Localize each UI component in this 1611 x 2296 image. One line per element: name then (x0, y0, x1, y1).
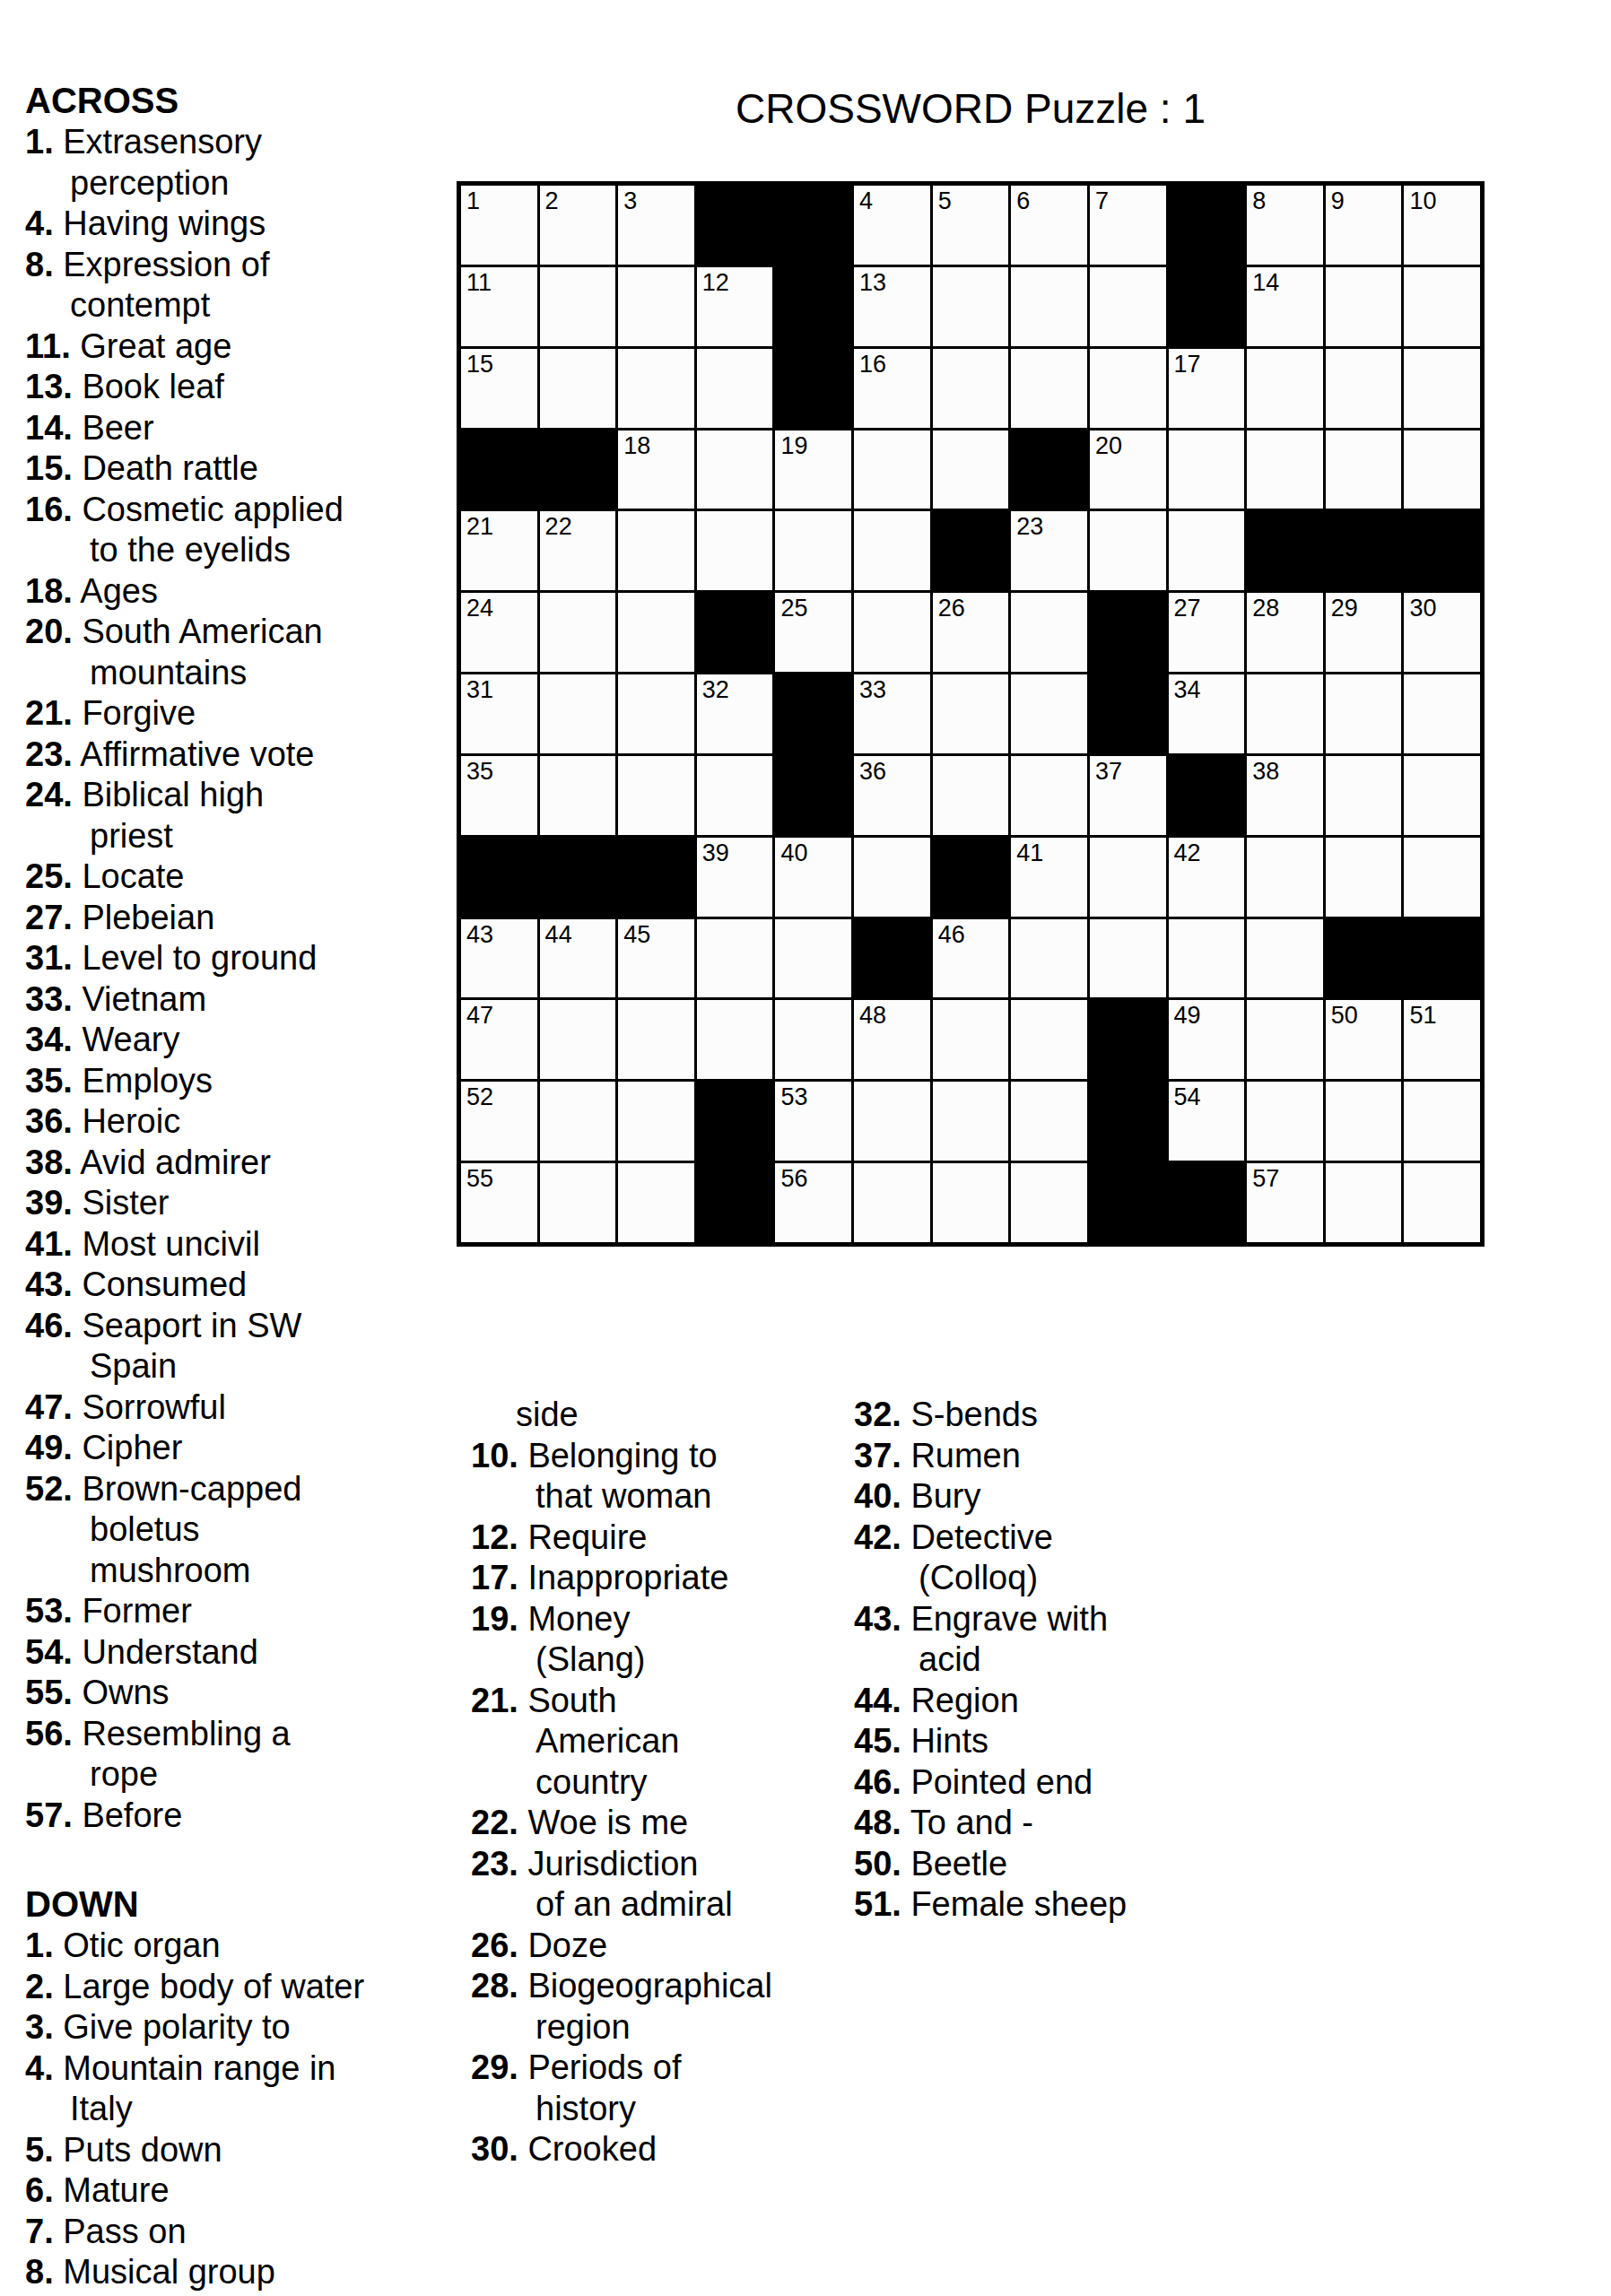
cell-r4c13[interactable] (1404, 430, 1480, 509)
clue-number: 44. (854, 1682, 901, 1719)
cell-number-50: 50 (1331, 1001, 1358, 1030)
cell-number-48: 48 (859, 1001, 886, 1030)
clue-text: To and - (901, 1804, 1033, 1841)
clue-across-14: 14. Beer (25, 408, 440, 449)
clue-down-50: 50. Beetle (854, 1844, 1258, 1885)
cell-r6c3[interactable] (618, 593, 694, 672)
cell-r12c13[interactable] (1404, 1082, 1480, 1161)
clue-text: Region (901, 1682, 1019, 1719)
cell-r13c2[interactable] (540, 1163, 616, 1242)
clue-across-4: 4. Having wings (25, 204, 440, 245)
cell-r4c7[interactable] (933, 430, 1009, 509)
clue-number: 54. (25, 1633, 73, 1671)
clue-text: Ages (73, 572, 158, 610)
cell-r5c8[interactable]: 23 (1011, 511, 1087, 590)
cell-r8c13[interactable] (1404, 756, 1480, 835)
clue-text: Money (Slang) (518, 1600, 646, 1679)
cell-r6c10[interactable]: 27 (1169, 593, 1245, 672)
clue-text: Biogeographical region (518, 1967, 772, 2046)
cell-r2c7[interactable] (933, 267, 1009, 346)
clue-down-9: 9. To the sheltered (25, 2293, 440, 2296)
clue-across-20: 20. South American mountains (25, 612, 440, 693)
clues-column-middle: side10. Belonging to that woman12. Requi… (471, 1395, 851, 2170)
cell-r6c7[interactable]: 26 (933, 593, 1009, 672)
cell-number-22: 22 (545, 512, 572, 541)
clue-down-23: 23. Jurisdiction of an admiral (471, 1844, 851, 1926)
cell-number-49: 49 (1174, 1001, 1201, 1030)
clue-text: Understand (73, 1633, 258, 1671)
clue-number: 23. (25, 735, 73, 773)
clue-down-28: 28. Biogeographical region (471, 1966, 851, 2048)
cell-r12c7[interactable] (933, 1082, 1009, 1161)
black-cell-r7c5 (775, 674, 851, 753)
clue-text: Musical group (54, 2253, 275, 2291)
cell-number-2: 2 (545, 187, 559, 215)
clue-text: Death rattle (73, 449, 258, 487)
clue-text: Former (73, 1592, 192, 1630)
cell-number-12: 12 (702, 268, 729, 297)
cell-r3c7[interactable] (933, 349, 1009, 428)
clue-text: Before (73, 1796, 183, 1834)
clue-text: Sister (73, 1184, 170, 1222)
cell-r12c6[interactable] (854, 1082, 930, 1161)
cell-r3c11[interactable] (1247, 349, 1323, 428)
cell-r10c7[interactable]: 46 (933, 919, 1009, 998)
clue-text: Great age (71, 327, 232, 365)
cell-r10c3[interactable]: 45 (618, 919, 694, 998)
clue-across-38: 38. Avid admirer (25, 1143, 440, 1184)
cell-r10c1[interactable]: 43 (461, 919, 537, 998)
clue-number: 8. (25, 246, 54, 283)
cell-r2c9[interactable] (1090, 267, 1166, 346)
cell-number-37: 37 (1095, 757, 1122, 786)
cell-r8c9[interactable]: 37 (1090, 756, 1166, 835)
cell-r6c5[interactable]: 25 (775, 593, 851, 672)
clues-column-left: ACROSS 1. Extrasensory perception4. Havi… (25, 79, 440, 2296)
cell-r13c13[interactable] (1404, 1163, 1480, 1242)
clue-number: 57. (25, 1796, 73, 1834)
cell-r10c11[interactable] (1247, 919, 1323, 998)
cell-r7c10[interactable]: 34 (1169, 674, 1245, 753)
cell-number-29: 29 (1331, 594, 1358, 622)
clue-across-18: 18. Ages (25, 571, 440, 613)
cell-r12c12[interactable] (1326, 1082, 1402, 1161)
clue-down-29: 29. Periods of history (471, 2048, 851, 2129)
clue-number: 25. (25, 857, 73, 895)
cell-r5c9[interactable] (1090, 511, 1166, 590)
cell-r6c6[interactable] (854, 593, 930, 672)
cell-r4c5[interactable]: 19 (775, 430, 851, 509)
cell-r4c11[interactable] (1247, 430, 1323, 509)
cell-number-15: 15 (466, 350, 493, 378)
cell-r6c11[interactable]: 28 (1247, 593, 1323, 672)
cell-r12c3[interactable] (618, 1082, 694, 1161)
clue-text: Pointed end (901, 1763, 1093, 1801)
cell-r4c4[interactable] (697, 430, 773, 509)
cell-r13c6[interactable] (854, 1163, 930, 1242)
cell-number-18: 18 (623, 431, 650, 460)
cell-r11c3[interactable] (618, 1000, 694, 1079)
cell-r4c6[interactable] (854, 430, 930, 509)
cell-r11c8[interactable] (1011, 1000, 1087, 1079)
cell-r11c5[interactable] (775, 1000, 851, 1079)
clue-text: Inappropriate (518, 1559, 729, 1596)
cell-number-23: 23 (1016, 512, 1043, 541)
cell-r2c3[interactable] (618, 267, 694, 346)
cell-r9c11[interactable] (1247, 838, 1323, 917)
clue-across-25: 25. Locate (25, 857, 440, 898)
clue-text: Periods of history (518, 2048, 682, 2127)
cell-r7c13[interactable] (1404, 674, 1480, 753)
black-cell-r9c3 (618, 838, 694, 917)
clue-across-53: 53. Former (25, 1591, 440, 1632)
cell-r9c10[interactable]: 42 (1169, 838, 1245, 917)
clue-number: 47. (25, 1388, 73, 1426)
clue-number: 20. (25, 613, 73, 650)
cell-number-41: 41 (1016, 839, 1043, 867)
cell-r3c2[interactable] (540, 349, 616, 428)
clue-number: 11. (25, 327, 71, 365)
cell-r13c1[interactable]: 55 (461, 1163, 537, 1242)
cell-number-33: 33 (859, 675, 886, 704)
cell-r1c3[interactable]: 3 (618, 186, 694, 265)
cell-r7c1[interactable]: 31 (461, 674, 537, 753)
clue-text: Owns (73, 1674, 170, 1711)
black-cell-r13c4 (697, 1163, 773, 1242)
cell-r6c1[interactable]: 24 (461, 593, 537, 672)
black-cell-r13c10 (1169, 1163, 1245, 1242)
clue-text: Locate (73, 857, 185, 895)
cell-r7c11[interactable] (1247, 674, 1323, 753)
clue-across-8: 8. Expression of contempt (25, 245, 440, 326)
clue-down-45: 45. Hints (854, 1721, 1258, 1762)
clue-down-12: 12. Require (471, 1518, 851, 1559)
cell-r11c4[interactable] (697, 1000, 773, 1079)
clue-across-56: 56. Resembling a rope (25, 1714, 440, 1796)
cell-r1c7[interactable]: 5 (933, 186, 1009, 265)
cell-r5c1[interactable]: 21 (461, 511, 537, 590)
clue-text: S-bends (901, 1396, 1038, 1433)
cell-r3c1[interactable]: 15 (461, 349, 537, 428)
cell-r3c12[interactable] (1326, 349, 1402, 428)
cell-r9c12[interactable] (1326, 838, 1402, 917)
cell-r11c2[interactable] (540, 1000, 616, 1079)
cell-r4c12[interactable] (1326, 430, 1402, 509)
clue-text: Doze (518, 1926, 607, 1964)
clue-text: South American mountains (73, 613, 323, 691)
clue-text: Resembling a rope (73, 1715, 291, 1794)
clue-across-13: 13. Book leaf (25, 367, 440, 408)
cell-number-39: 39 (702, 839, 729, 867)
clue-across-35: 35. Employs (25, 1061, 440, 1102)
cell-r8c1[interactable]: 35 (461, 756, 537, 835)
clue-number: 45. (854, 1722, 901, 1760)
black-cell-r1c4 (697, 186, 773, 265)
page: { "game": "crossword", "position": "...#… (0, 0, 1611, 2296)
clue-text: South American country (518, 1682, 680, 1801)
cell-r1c8[interactable]: 6 (1011, 186, 1087, 265)
clue-number: 33. (25, 980, 73, 1018)
cell-r3c10[interactable]: 17 (1169, 349, 1245, 428)
black-cell-r10c13 (1404, 919, 1480, 998)
cell-r11c10[interactable]: 49 (1169, 1000, 1245, 1079)
clue-text: Mountain range in Italy (54, 2049, 336, 2128)
clue-text: Employs (73, 1062, 213, 1100)
clue-number: 38. (25, 1144, 73, 1181)
cell-r5c2[interactable]: 22 (540, 511, 616, 590)
cell-r6c2[interactable] (540, 593, 616, 672)
clue-number: 56. (25, 1715, 73, 1752)
clue-number: 40. (854, 1477, 901, 1515)
cell-number-53: 53 (780, 1083, 807, 1111)
cell-r3c6[interactable]: 16 (854, 349, 930, 428)
clue-down-5: 5. Puts down (25, 2130, 440, 2171)
cell-r11c6[interactable]: 48 (854, 1000, 930, 1079)
clue-across-1: 1. Extrasensory perception (25, 122, 440, 204)
clue-number: 7. (25, 2213, 54, 2250)
clue-down-17: 17. Inappropriate (471, 1558, 851, 1599)
clue-number: 6. (25, 2171, 54, 2209)
cell-r2c8[interactable] (1011, 267, 1087, 346)
clue-number: 35. (25, 1062, 73, 1100)
clue-text: Mature (54, 2171, 170, 2209)
cell-number-26: 26 (938, 594, 965, 622)
clue-down-46: 46. Pointed end (854, 1762, 1258, 1804)
cell-r8c12[interactable] (1326, 756, 1402, 835)
clue-number: 31. (25, 939, 73, 977)
cell-r1c11[interactable]: 8 (1247, 186, 1323, 265)
cell-r13c5[interactable]: 56 (775, 1163, 851, 1242)
cell-r4c3[interactable]: 18 (618, 430, 694, 509)
cell-r2c4[interactable]: 12 (697, 267, 773, 346)
clue-number: 36. (25, 1102, 73, 1140)
clue-number: 50. (854, 1845, 901, 1883)
cell-number-21: 21 (466, 512, 493, 541)
cell-r5c6[interactable] (854, 511, 930, 590)
cell-r10c10[interactable] (1169, 919, 1245, 998)
black-cell-r10c12 (1326, 919, 1402, 998)
cell-number-42: 42 (1174, 839, 1201, 867)
clue-across-57: 57. Before (25, 1796, 440, 1837)
clue-across-39: 39. Sister (25, 1183, 440, 1224)
cell-r2c1[interactable]: 11 (461, 267, 537, 346)
clue-text: Sorrowful (73, 1388, 226, 1426)
clue-text: side (516, 1396, 579, 1433)
clue-across-43: 43. Consumed (25, 1265, 440, 1306)
cell-r12c1[interactable]: 52 (461, 1082, 537, 1161)
cell-r12c2[interactable] (540, 1082, 616, 1161)
cell-r9c5[interactable]: 40 (775, 838, 851, 917)
cell-r11c7[interactable] (933, 1000, 1009, 1079)
cell-r2c2[interactable] (540, 267, 616, 346)
clue-text: Biblical high priest (73, 776, 264, 855)
clue-number: 2. (25, 1968, 54, 2005)
cell-r7c12[interactable] (1326, 674, 1402, 753)
clue-text: Detective (Colloq) (901, 1518, 1053, 1597)
cell-r11c13[interactable]: 51 (1404, 1000, 1480, 1079)
cell-r6c13[interactable]: 30 (1404, 593, 1480, 672)
cell-number-54: 54 (1174, 1083, 1201, 1111)
clue-number: 21. (25, 694, 73, 732)
cell-r9c13[interactable] (1404, 838, 1480, 917)
clue-text: Expression of contempt (54, 246, 270, 325)
cell-r10c8[interactable] (1011, 919, 1087, 998)
cell-number-8: 8 (1252, 187, 1266, 215)
cell-r2c6[interactable]: 13 (854, 267, 930, 346)
cell-r3c4[interactable] (697, 349, 773, 428)
cell-number-34: 34 (1174, 675, 1201, 704)
cell-r1c12[interactable]: 9 (1326, 186, 1402, 265)
clue-text: Female sheep (901, 1885, 1127, 1923)
black-cell-r9c2 (540, 838, 616, 917)
cell-r3c13[interactable] (1404, 349, 1480, 428)
cell-r4c10[interactable] (1169, 430, 1245, 509)
cell-r5c3[interactable] (618, 511, 694, 590)
clue-text: Forgive (73, 694, 196, 732)
cell-r12c10[interactable]: 54 (1169, 1082, 1245, 1161)
cell-r12c5[interactable]: 53 (775, 1082, 851, 1161)
cell-r7c7[interactable] (933, 674, 1009, 753)
cell-r13c12[interactable] (1326, 1163, 1402, 1242)
cell-r6c12[interactable]: 29 (1326, 593, 1402, 672)
cell-number-10: 10 (1409, 187, 1436, 215)
cell-r12c8[interactable] (1011, 1082, 1087, 1161)
clue-across-16: 16. Cosmetic applied to the eyelids (25, 490, 440, 571)
cell-r7c3[interactable] (618, 674, 694, 753)
cell-r8c4[interactable] (697, 756, 773, 835)
cell-r8c3[interactable] (618, 756, 694, 835)
black-cell-r7c9 (1090, 674, 1166, 753)
cell-number-43: 43 (466, 920, 493, 949)
cell-r7c4[interactable]: 32 (697, 674, 773, 753)
cell-r10c4[interactable] (697, 919, 773, 998)
cell-r8c2[interactable] (540, 756, 616, 835)
clue-number: 4. (25, 2049, 54, 2087)
clue-down-19: 19. Money (Slang) (471, 1599, 851, 1681)
black-cell-r4c2 (540, 430, 616, 509)
clue-down-26: 26. Doze (471, 1926, 851, 1967)
cell-r5c5[interactable] (775, 511, 851, 590)
cell-r2c12[interactable] (1326, 267, 1402, 346)
cell-r1c2[interactable]: 2 (540, 186, 616, 265)
cell-r13c11[interactable]: 57 (1247, 1163, 1323, 1242)
cell-r11c11[interactable] (1247, 1000, 1323, 1079)
cell-r11c1[interactable]: 47 (461, 1000, 537, 1079)
clue-across-55: 55. Owns (25, 1673, 440, 1714)
black-cell-r5c11 (1247, 511, 1323, 590)
clue-down-8: 8. Musical group (25, 2252, 440, 2293)
cell-r6c8[interactable] (1011, 593, 1087, 672)
clue-text: Jurisdiction of an admiral (518, 1845, 733, 1924)
clue-across-31: 31. Level to ground (25, 938, 440, 979)
cell-r1c6[interactable]: 4 (854, 186, 930, 265)
cell-r10c9[interactable] (1090, 919, 1166, 998)
clue-text: Pass on (54, 2213, 187, 2250)
cell-r1c9[interactable]: 7 (1090, 186, 1166, 265)
clue-down-1: 1. Otic organ (25, 1926, 440, 1967)
page-title: CROSSWORD Puzzle : 1 (457, 84, 1485, 133)
cell-r2c13[interactable] (1404, 267, 1480, 346)
clue-number: 1. (25, 1926, 54, 1964)
cell-r13c7[interactable] (933, 1163, 1009, 1242)
clue-down-44: 44. Region (854, 1681, 1258, 1722)
cell-r12c11[interactable] (1247, 1082, 1323, 1161)
cell-r7c6[interactable]: 33 (854, 674, 930, 753)
black-cell-r2c5 (775, 267, 851, 346)
cell-r13c8[interactable] (1011, 1163, 1087, 1242)
cell-r11c12[interactable]: 50 (1326, 1000, 1402, 1079)
clue-number: 43. (854, 1600, 901, 1638)
clue-text: Seaport in SW Spain (73, 1307, 302, 1386)
cell-r8c11[interactable]: 38 (1247, 756, 1323, 835)
cell-r7c8[interactable] (1011, 674, 1087, 753)
cell-r9c9[interactable] (1090, 838, 1166, 917)
cell-number-30: 30 (1409, 594, 1436, 622)
cell-r8c7[interactable] (933, 756, 1009, 835)
clue-continuation: side (471, 1395, 851, 1436)
clue-text: Woe is me (518, 1804, 688, 1841)
clue-down-43: 43. Engrave with acid (854, 1599, 1258, 1681)
cell-number-36: 36 (859, 757, 886, 786)
clue-number: 17. (471, 1559, 518, 1596)
cell-r10c5[interactable] (775, 919, 851, 998)
cell-r3c9[interactable] (1090, 349, 1166, 428)
black-cell-r13c9 (1090, 1163, 1166, 1242)
cell-r9c4[interactable]: 39 (697, 838, 773, 917)
clue-number: 52. (25, 1470, 73, 1508)
clue-text: Book leaf (73, 368, 224, 405)
cell-r3c8[interactable] (1011, 349, 1087, 428)
clue-down-51: 51. Female sheep (854, 1884, 1258, 1926)
clue-across-47: 47. Sorrowful (25, 1387, 440, 1429)
cell-r5c4[interactable] (697, 511, 773, 590)
cell-number-45: 45 (623, 920, 650, 949)
black-cell-r2c10 (1169, 267, 1245, 346)
clue-text: Give polarity to (54, 2008, 291, 2046)
cell-r8c8[interactable] (1011, 756, 1087, 835)
clue-number: 34. (25, 1021, 73, 1058)
clue-text: Hints (901, 1722, 988, 1760)
cell-r13c3[interactable] (618, 1163, 694, 1242)
clue-across-34: 34. Weary (25, 1020, 440, 1061)
clue-across-24: 24. Biblical high priest (25, 775, 440, 857)
cell-number-4: 4 (859, 187, 873, 215)
clue-number: 46. (25, 1307, 73, 1344)
cell-r9c8[interactable]: 41 (1011, 838, 1087, 917)
clue-number: 23. (471, 1845, 518, 1883)
cell-number-44: 44 (545, 920, 572, 949)
cell-r10c2[interactable]: 44 (540, 919, 616, 998)
down-header: DOWN (25, 1883, 440, 1926)
cell-r1c1[interactable]: 1 (461, 186, 537, 265)
clue-number: 19. (471, 1600, 518, 1638)
clue-number: 24. (25, 776, 73, 813)
cell-r9c6[interactable] (854, 838, 930, 917)
cell-r1c13[interactable]: 10 (1404, 186, 1480, 265)
cell-r3c3[interactable] (618, 349, 694, 428)
clue-text: Having wings (54, 204, 266, 242)
clue-text: Cipher (73, 1429, 183, 1466)
cell-r7c2[interactable] (540, 674, 616, 753)
cell-r2c11[interactable]: 14 (1247, 267, 1323, 346)
clue-number: 51. (854, 1885, 901, 1923)
cell-r4c9[interactable]: 20 (1090, 430, 1166, 509)
cell-r8c6[interactable]: 36 (854, 756, 930, 835)
cell-r5c10[interactable] (1169, 511, 1245, 590)
clue-number: 4. (25, 204, 54, 242)
clue-number: 53. (25, 1592, 73, 1630)
clue-number: 16. (25, 491, 73, 528)
